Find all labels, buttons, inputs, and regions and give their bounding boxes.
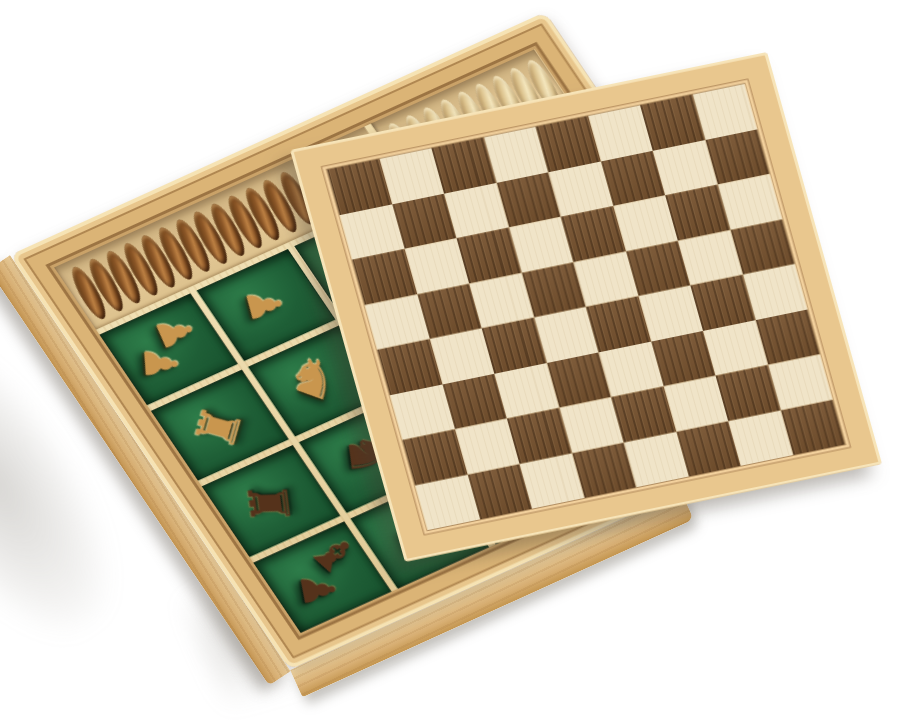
chess-piece-light-pawn: ♟	[146, 311, 203, 356]
chess-piece-light-knight: ♞	[279, 346, 347, 410]
chess-piece-dark-rook: ♜	[241, 482, 300, 525]
board-squares	[327, 84, 845, 530]
chess-piece-light-pawn: ♟	[238, 286, 291, 326]
product-photo: ♟♟♟♜♞♜♞♟♝♟	[0, 0, 900, 722]
board-square-dark	[780, 399, 845, 455]
chess-piece-light-rook: ♜	[188, 400, 251, 454]
